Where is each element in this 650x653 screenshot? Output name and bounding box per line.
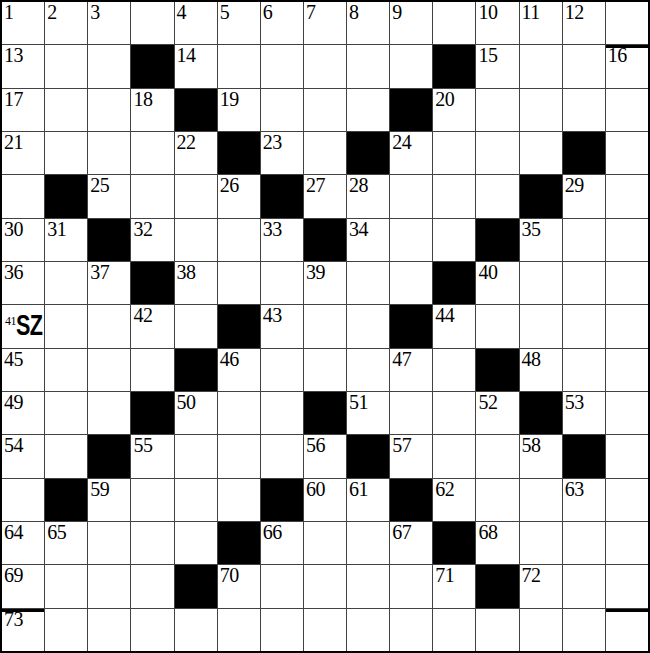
cell-r12c15[interactable]: [606, 479, 648, 521]
clue-number: 29: [565, 175, 584, 195]
cell-r1c8[interactable]: 7: [304, 2, 346, 44]
clue-number: 9: [392, 2, 402, 22]
cell-r5c15[interactable]: [606, 175, 648, 217]
cell-r9c3[interactable]: [88, 349, 130, 391]
block-r10c13: [520, 392, 562, 434]
cell-r13c13[interactable]: [520, 522, 562, 564]
clue-number: 7: [306, 2, 316, 22]
cell-r14c3[interactable]: [88, 565, 130, 607]
cell-r10c1[interactable]: 49: [2, 392, 44, 434]
block-r13c6: [218, 522, 260, 564]
cell-r9c8[interactable]: [304, 349, 346, 391]
cell-r15c1[interactable]: 73: [2, 609, 44, 651]
cell-r8c2[interactable]: [45, 305, 87, 347]
cell-r10c10[interactable]: [390, 392, 432, 434]
cell-r3c11[interactable]: 20: [433, 89, 475, 131]
clue-number: 34: [349, 219, 368, 239]
cell-r2c9[interactable]: [347, 45, 389, 87]
clue-number: 27: [306, 175, 325, 195]
cell-r13c10[interactable]: 67: [390, 522, 432, 564]
cell-r2c3[interactable]: [88, 45, 130, 87]
cell-r3c13[interactable]: [520, 89, 562, 131]
clue-number: 39: [306, 262, 325, 282]
clue-number: 51: [349, 392, 368, 412]
cell-r14c14[interactable]: [563, 565, 605, 607]
cell-r8c5[interactable]: [175, 305, 217, 347]
cell-r15c9[interactable]: [347, 609, 389, 651]
cell-r7c13[interactable]: [520, 262, 562, 304]
cell-r13c12[interactable]: 68: [476, 522, 518, 564]
cell-r14c15[interactable]: [606, 565, 648, 607]
cell-r12c3[interactable]: 59: [88, 479, 130, 521]
cell-r9c7[interactable]: [261, 349, 303, 391]
cell-r1c10[interactable]: 9: [390, 2, 432, 44]
cell-r4c15[interactable]: [606, 132, 648, 174]
cell-r12c6[interactable]: [218, 479, 260, 521]
cell-r11c5[interactable]: [175, 435, 217, 477]
cell-r6c11[interactable]: [433, 219, 475, 261]
cell-r15c13[interactable]: [520, 609, 562, 651]
cell-r7c6[interactable]: [218, 262, 260, 304]
clue-number: 16: [608, 45, 627, 65]
cell-r15c4[interactable]: [131, 609, 173, 651]
clue-number: 60: [306, 479, 325, 499]
cell-r9c14[interactable]: [563, 349, 605, 391]
cell-r14c6[interactable]: 70: [218, 565, 260, 607]
cell-r6c14[interactable]: [563, 219, 605, 261]
cell-r10c9[interactable]: 51: [347, 392, 389, 434]
cell-r5c6[interactable]: 26: [218, 175, 260, 217]
cell-r9c4[interactable]: [131, 349, 173, 391]
clue-number: 44: [435, 305, 454, 325]
cell-r11c13[interactable]: 58: [520, 435, 562, 477]
cell-r15c15[interactable]: [606, 609, 648, 651]
block-r7c11: [433, 262, 475, 304]
rebus-entry: 41SZ: [2, 305, 44, 347]
cell-r7c8[interactable]: 39: [304, 262, 346, 304]
cell-r1c13[interactable]: 11: [520, 2, 562, 44]
cell-r3c7[interactable]: [261, 89, 303, 131]
cell-r14c9[interactable]: [347, 565, 389, 607]
cell-r12c14[interactable]: 63: [563, 479, 605, 521]
cell-r3c9[interactable]: [347, 89, 389, 131]
cell-r9c1[interactable]: 45: [2, 349, 44, 391]
clue-number: 49: [4, 392, 23, 412]
clue-number: 55: [133, 435, 152, 455]
cell-r15c10[interactable]: [390, 609, 432, 651]
cell-r10c3[interactable]: [88, 392, 130, 434]
cell-r1c7[interactable]: 6: [261, 2, 303, 44]
clue-number: 67: [392, 522, 411, 542]
cell-r5c12[interactable]: [476, 175, 518, 217]
clue-number: 35: [522, 219, 541, 239]
cell-r7c7[interactable]: [261, 262, 303, 304]
cell-r6c1[interactable]: 30: [2, 219, 44, 261]
cell-r15c7[interactable]: [261, 609, 303, 651]
clue-number: 19: [220, 89, 239, 109]
block-r11c9: [347, 435, 389, 477]
cell-r11c15[interactable]: [606, 435, 648, 477]
cell-r11c8[interactable]: 56: [304, 435, 346, 477]
cell-r4c10[interactable]: 24: [390, 132, 432, 174]
cell-r7c3[interactable]: 37: [88, 262, 130, 304]
clue-number: 24: [392, 132, 411, 152]
block-r4c9: [347, 132, 389, 174]
cell-r4c11[interactable]: [433, 132, 475, 174]
block-r6c12: [476, 219, 518, 261]
block-r12c2: [45, 479, 87, 521]
clue-number: 22: [177, 132, 196, 152]
clue-number: 40: [478, 262, 497, 282]
cell-r9c9[interactable]: [347, 349, 389, 391]
cell-r3c14[interactable]: [563, 89, 605, 131]
cell-r8c1[interactable]: 41SZ: [2, 305, 44, 347]
cell-r1c14[interactable]: 12: [563, 2, 605, 44]
cell-r1c1[interactable]: 1: [2, 2, 44, 44]
cell-r4c12[interactable]: [476, 132, 518, 174]
clue-number: 4: [177, 2, 187, 22]
clue-number: 73: [4, 609, 23, 629]
clue-number: 68: [478, 522, 497, 542]
cell-r2c15[interactable]: 16: [606, 45, 648, 87]
clue-number: 72: [522, 565, 541, 585]
block-r5c2: [45, 175, 87, 217]
cell-r12c9[interactable]: 61: [347, 479, 389, 521]
cell-r13c3[interactable]: [88, 522, 130, 564]
cell-r10c2[interactable]: [45, 392, 87, 434]
cell-r13c4[interactable]: [131, 522, 173, 564]
clue-number: 65: [47, 522, 66, 542]
clue-number: 63: [565, 479, 584, 499]
block-r10c4: [131, 392, 173, 434]
cell-r8c15[interactable]: [606, 305, 648, 347]
cell-r6c13[interactable]: 35: [520, 219, 562, 261]
cell-r12c5[interactable]: [175, 479, 217, 521]
cell-r13c14[interactable]: [563, 522, 605, 564]
cell-r11c6[interactable]: [218, 435, 260, 477]
cell-r3c1[interactable]: 17: [2, 89, 44, 131]
clue-number: 38: [177, 262, 196, 282]
block-r3c5: [175, 89, 217, 131]
clue-number: 31: [47, 219, 66, 239]
clue-number: 8: [349, 2, 359, 22]
cell-r6c7[interactable]: 33: [261, 219, 303, 261]
clue-number: 56: [306, 435, 325, 455]
cell-r12c4[interactable]: [131, 479, 173, 521]
block-r2c4: [131, 45, 173, 87]
cell-r14c8[interactable]: [304, 565, 346, 607]
cell-r15c2[interactable]: [45, 609, 87, 651]
block-r14c12: [476, 565, 518, 607]
cell-r8c9[interactable]: [347, 305, 389, 347]
cell-r3c12[interactable]: [476, 89, 518, 131]
cell-r5c5[interactable]: [175, 175, 217, 217]
clue-number: 45: [4, 349, 23, 369]
clue-number: 15: [478, 45, 497, 65]
cell-r2c8[interactable]: [304, 45, 346, 87]
clue-number: 14: [177, 45, 196, 65]
block-r13c11: [433, 522, 475, 564]
clue-number: 30: [4, 219, 23, 239]
cell-r7c12[interactable]: 40: [476, 262, 518, 304]
cell-r11c1[interactable]: 54: [2, 435, 44, 477]
clue-number: 69: [4, 565, 23, 585]
clue-number: 33: [263, 219, 282, 239]
cell-r6c2[interactable]: 31: [45, 219, 87, 261]
cell-r9c10[interactable]: 47: [390, 349, 432, 391]
cell-r10c12[interactable]: 52: [476, 392, 518, 434]
cell-r2c13[interactable]: [520, 45, 562, 87]
cell-r6c10[interactable]: [390, 219, 432, 261]
clue-number: 64: [4, 522, 23, 542]
cell-r8c11[interactable]: 44: [433, 305, 475, 347]
cell-r12c1[interactable]: [2, 479, 44, 521]
cell-r7c14[interactable]: [563, 262, 605, 304]
cell-r12c11[interactable]: 62: [433, 479, 475, 521]
cell-r6c6[interactable]: [218, 219, 260, 261]
block-r8c10: [390, 305, 432, 347]
cell-r3c3[interactable]: [88, 89, 130, 131]
clue-number: 71: [435, 565, 454, 585]
block-r11c3: [88, 435, 130, 477]
cell-r8c4[interactable]: 42: [131, 305, 173, 347]
cell-r9c15[interactable]: [606, 349, 648, 391]
clue-number: 6: [263, 2, 273, 22]
clue-number: 10: [478, 2, 497, 22]
clue-number: 41: [5, 315, 16, 327]
cell-r7c2[interactable]: [45, 262, 87, 304]
block-r12c7: [261, 479, 303, 521]
cell-r9c2[interactable]: [45, 349, 87, 391]
cell-r8c13[interactable]: [520, 305, 562, 347]
cell-r14c2[interactable]: [45, 565, 87, 607]
cell-r2c2[interactable]: [45, 45, 87, 87]
cell-r5c11[interactable]: [433, 175, 475, 217]
cell-r4c8[interactable]: [304, 132, 346, 174]
cell-r10c7[interactable]: [261, 392, 303, 434]
clue-number: 28: [349, 175, 368, 195]
cell-r10c6[interactable]: [218, 392, 260, 434]
cell-r2c5[interactable]: 14: [175, 45, 217, 87]
block-r12c10: [390, 479, 432, 521]
cell-r8c12[interactable]: [476, 305, 518, 347]
cell-r9c13[interactable]: 48: [520, 349, 562, 391]
cell-r1c5[interactable]: 4: [175, 2, 217, 44]
cell-r15c8[interactable]: [304, 609, 346, 651]
cell-r6c5[interactable]: [175, 219, 217, 261]
clue-number: 52: [478, 392, 497, 412]
cell-r13c1[interactable]: 64: [2, 522, 44, 564]
cell-r2c7[interactable]: [261, 45, 303, 87]
clue-number: 17: [4, 89, 23, 109]
block-r9c5: [175, 349, 217, 391]
cell-r8c14[interactable]: [563, 305, 605, 347]
clue-number: 70: [220, 565, 239, 585]
cell-r13c2[interactable]: 65: [45, 522, 87, 564]
cell-r5c9[interactable]: 28: [347, 175, 389, 217]
block-r10c8: [304, 392, 346, 434]
cell-r1c12[interactable]: 10: [476, 2, 518, 44]
clue-number: 61: [349, 479, 368, 499]
cell-r10c14[interactable]: 53: [563, 392, 605, 434]
clue-number: 42: [133, 305, 152, 325]
cell-r3c2[interactable]: [45, 89, 87, 131]
cell-r15c12[interactable]: [476, 609, 518, 651]
cell-r9c11[interactable]: [433, 349, 475, 391]
clue-number: 20: [435, 89, 454, 109]
crossword-board: 1234567891011121314151617181920212223242…: [0, 0, 650, 653]
cell-r4c3[interactable]: [88, 132, 130, 174]
cell-r8c8[interactable]: [304, 305, 346, 347]
block-r6c8: [304, 219, 346, 261]
cell-r7c9[interactable]: [347, 262, 389, 304]
cell-r3c8[interactable]: [304, 89, 346, 131]
clue-number: 57: [392, 435, 411, 455]
cell-r1c4[interactable]: [131, 2, 173, 44]
clue-number: 59: [90, 479, 109, 499]
clue-number: 58: [522, 435, 541, 455]
cell-r14c7[interactable]: [261, 565, 303, 607]
cell-r4c4[interactable]: [131, 132, 173, 174]
cell-r13c15[interactable]: [606, 522, 648, 564]
clue-number: 11: [522, 2, 540, 22]
cell-r11c4[interactable]: 55: [131, 435, 173, 477]
cell-r4c1[interactable]: 21: [2, 132, 44, 174]
cell-r1c2[interactable]: 2: [45, 2, 87, 44]
clue-number: 25: [90, 175, 109, 195]
cell-r13c9[interactable]: [347, 522, 389, 564]
cell-r1c6[interactable]: 5: [218, 2, 260, 44]
cell-r11c2[interactable]: [45, 435, 87, 477]
clue-number: 37: [90, 262, 109, 282]
clue-number: 54: [4, 435, 23, 455]
cell-r13c5[interactable]: [175, 522, 217, 564]
cell-r12c13[interactable]: [520, 479, 562, 521]
cell-r15c6[interactable]: [218, 609, 260, 651]
clue-number: 66: [263, 522, 282, 542]
cell-r12c12[interactable]: [476, 479, 518, 521]
clue-number: 2: [47, 2, 57, 22]
cell-r11c10[interactable]: 57: [390, 435, 432, 477]
cell-r4c2[interactable]: [45, 132, 87, 174]
clue-number: 18: [133, 89, 152, 109]
cell-r15c3[interactable]: [88, 609, 130, 651]
cell-r7c5[interactable]: 38: [175, 262, 217, 304]
cell-r11c11[interactable]: [433, 435, 475, 477]
cell-r2c14[interactable]: [563, 45, 605, 87]
clue-number: 26: [220, 175, 239, 195]
block-r4c6: [218, 132, 260, 174]
cell-r3c4[interactable]: 18: [131, 89, 173, 131]
block-r3c10: [390, 89, 432, 131]
block-r11c14: [563, 435, 605, 477]
block-r9c12: [476, 349, 518, 391]
cell-r6c15[interactable]: [606, 219, 648, 261]
block-r4c14: [563, 132, 605, 174]
block-r5c7: [261, 175, 303, 217]
cell-r13c8[interactable]: [304, 522, 346, 564]
clue-number: 13: [4, 45, 23, 65]
cell-r12c8[interactable]: 60: [304, 479, 346, 521]
cell-r1c15[interactable]: [606, 2, 648, 44]
block-r7c4: [131, 262, 173, 304]
cell-r8c7[interactable]: 43: [261, 305, 303, 347]
cell-r2c12[interactable]: 15: [476, 45, 518, 87]
cell-r6c4[interactable]: 32: [131, 219, 173, 261]
cell-r2c6[interactable]: [218, 45, 260, 87]
cell-r9c6[interactable]: 46: [218, 349, 260, 391]
cell-r13c7[interactable]: 66: [261, 522, 303, 564]
cell-r4c13[interactable]: [520, 132, 562, 174]
clue-number: 3: [90, 2, 100, 22]
cell-r7c10[interactable]: [390, 262, 432, 304]
cell-r3c15[interactable]: [606, 89, 648, 131]
clue-number: 21: [4, 132, 23, 152]
cell-r2c10[interactable]: [390, 45, 432, 87]
clue-number: 1: [4, 2, 14, 22]
cell-r5c10[interactable]: [390, 175, 432, 217]
clue-number: 48: [522, 349, 541, 369]
cell-r14c1[interactable]: 69: [2, 565, 44, 607]
cell-r1c11[interactable]: [433, 2, 475, 44]
block-r8c6: [218, 305, 260, 347]
cell-r10c15[interactable]: [606, 392, 648, 434]
cell-r14c10[interactable]: [390, 565, 432, 607]
cell-r2c1[interactable]: 13: [2, 45, 44, 87]
cell-r10c11[interactable]: [433, 392, 475, 434]
block-r5c13: [520, 175, 562, 217]
prefilled-letters: SZ: [16, 310, 42, 340]
cell-r14c13[interactable]: 72: [520, 565, 562, 607]
block-r2c11: [433, 45, 475, 87]
cell-r15c14[interactable]: [563, 609, 605, 651]
clue-number: 12: [565, 2, 584, 22]
cell-r7c1[interactable]: 36: [2, 262, 44, 304]
clue-number: 5: [220, 2, 230, 22]
cell-r7c15[interactable]: [606, 262, 648, 304]
cell-r5c3[interactable]: 25: [88, 175, 130, 217]
cell-r5c14[interactable]: 29: [563, 175, 605, 217]
cell-r15c11[interactable]: [433, 609, 475, 651]
cell-r6c9[interactable]: 34: [347, 219, 389, 261]
clue-number: 23: [263, 132, 282, 152]
clue-number: 32: [133, 219, 152, 239]
cell-r1c3[interactable]: 3: [88, 2, 130, 44]
cell-r14c11[interactable]: 71: [433, 565, 475, 607]
cell-r11c12[interactable]: [476, 435, 518, 477]
cell-r8c3[interactable]: [88, 305, 130, 347]
cell-r5c8[interactable]: 27: [304, 175, 346, 217]
cell-r14c4[interactable]: [131, 565, 173, 607]
cell-r5c1[interactable]: [2, 175, 44, 217]
cell-r5c4[interactable]: [131, 175, 173, 217]
clue-number: 46: [220, 349, 239, 369]
block-r6c3: [88, 219, 130, 261]
clue-number: 53: [565, 392, 584, 412]
block-r14c5: [175, 565, 217, 607]
clue-number: 62: [435, 479, 454, 499]
cell-r1c9[interactable]: 8: [347, 2, 389, 44]
cell-r15c5[interactable]: [175, 609, 217, 651]
cell-r3c6[interactable]: 19: [218, 89, 260, 131]
cell-r4c5[interactable]: 22: [175, 132, 217, 174]
cell-r10c5[interactable]: 50: [175, 392, 217, 434]
clue-number: 50: [177, 392, 196, 412]
cell-r11c7[interactable]: [261, 435, 303, 477]
clue-number: 36: [4, 262, 23, 282]
clue-number: 47: [392, 349, 411, 369]
cell-r4c7[interactable]: 23: [261, 132, 303, 174]
